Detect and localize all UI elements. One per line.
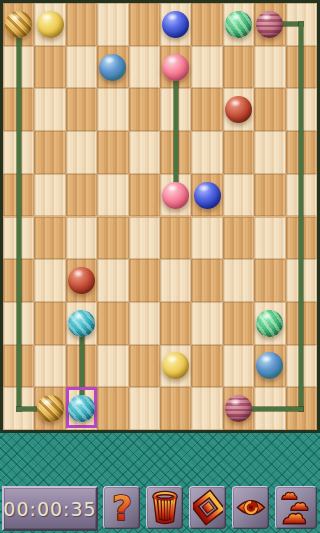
path-segment <box>299 22 303 410</box>
svg-text:?: ? <box>112 489 132 526</box>
board-cell[interactable] <box>97 174 128 217</box>
ball-green-striped[interactable] <box>256 310 283 337</box>
trash-button[interactable] <box>146 486 183 529</box>
board-cell[interactable] <box>66 131 97 174</box>
board-cell[interactable] <box>129 88 160 131</box>
board-cell[interactable] <box>223 46 254 89</box>
ball-pink-striped[interactable] <box>225 395 252 422</box>
board-cell[interactable] <box>191 259 222 302</box>
app-window: { "game": "marble pairs matching puzzle … <box>0 0 320 533</box>
board-cell[interactable] <box>129 131 160 174</box>
board-cell[interactable] <box>34 217 65 260</box>
trash-icon <box>150 489 180 526</box>
help-button[interactable]: ? <box>103 486 140 529</box>
board-cell[interactable] <box>34 46 65 89</box>
board-cell[interactable] <box>34 174 65 217</box>
board-cell[interactable] <box>34 345 65 388</box>
board-cell[interactable] <box>160 217 191 260</box>
eye-button[interactable] <box>232 486 269 529</box>
board-cell[interactable] <box>129 345 160 388</box>
eye-icon <box>236 489 266 526</box>
diamond-icon <box>193 489 223 526</box>
board-cell[interactable] <box>223 217 254 260</box>
board-cell[interactable] <box>66 217 97 260</box>
board-cell[interactable] <box>34 259 65 302</box>
ball-pink[interactable] <box>162 54 189 81</box>
clouds-button[interactable] <box>275 486 317 529</box>
board-cell[interactable] <box>66 88 97 131</box>
board-cell[interactable] <box>160 387 191 430</box>
ball-yellow[interactable] <box>37 11 64 38</box>
ball-blue[interactable] <box>162 11 189 38</box>
ball-teal-striped[interactable] <box>68 310 95 337</box>
board-cell[interactable] <box>97 302 128 345</box>
board-cell[interactable] <box>223 174 254 217</box>
board-cell[interactable] <box>97 259 128 302</box>
board-cell[interactable] <box>191 217 222 260</box>
board-cell[interactable] <box>66 3 97 46</box>
board-cell[interactable] <box>254 259 285 302</box>
ball-teal-striped[interactable] <box>68 395 95 422</box>
board-cell[interactable] <box>191 387 222 430</box>
board-cell[interactable] <box>129 3 160 46</box>
board-cell[interactable] <box>97 131 128 174</box>
board-cell[interactable] <box>97 3 128 46</box>
board-cell[interactable] <box>223 345 254 388</box>
board-cell[interactable] <box>34 131 65 174</box>
board-cell[interactable] <box>191 88 222 131</box>
ball-red[interactable] <box>68 267 95 294</box>
board-cell[interactable] <box>129 217 160 260</box>
board-cell[interactable] <box>191 3 222 46</box>
board-cell[interactable] <box>34 302 65 345</box>
diamond-button[interactable] <box>189 486 226 529</box>
board-cell[interactable] <box>191 302 222 345</box>
board-cell[interactable] <box>160 302 191 345</box>
board-cell[interactable] <box>97 217 128 260</box>
board-cell[interactable] <box>129 46 160 89</box>
board-cell[interactable] <box>97 387 128 430</box>
game-board[interactable] <box>0 0 320 433</box>
ball-gold-striped[interactable] <box>5 11 32 38</box>
board-cell[interactable] <box>223 131 254 174</box>
board-cell[interactable] <box>254 131 285 174</box>
timer-display: 00:00:35 <box>2 486 98 531</box>
path-segment <box>17 22 21 410</box>
ball-blue[interactable] <box>194 182 221 209</box>
board-cell[interactable] <box>97 88 128 131</box>
toolbar: 00:00:35 ? <box>0 486 320 531</box>
board-cell[interactable] <box>160 259 191 302</box>
board-cell[interactable] <box>191 345 222 388</box>
board-cell[interactable] <box>66 46 97 89</box>
board-cell[interactable] <box>34 88 65 131</box>
board-cell[interactable] <box>254 217 285 260</box>
board-cell[interactable] <box>129 302 160 345</box>
board-cell[interactable] <box>129 174 160 217</box>
question-mark-icon: ? <box>107 489 137 526</box>
board-cell[interactable] <box>254 174 285 217</box>
board-cell[interactable] <box>191 46 222 89</box>
board-cell[interactable] <box>254 46 285 89</box>
clouds-icon <box>279 489 313 526</box>
board-cell[interactable] <box>223 259 254 302</box>
board-cell[interactable] <box>254 88 285 131</box>
ball-azure[interactable] <box>99 54 126 81</box>
board-cell[interactable] <box>223 302 254 345</box>
ball-gold-striped[interactable] <box>37 395 64 422</box>
board-cell[interactable] <box>191 131 222 174</box>
board-cell[interactable] <box>66 174 97 217</box>
board-cell[interactable] <box>129 387 160 430</box>
ball-green-striped[interactable] <box>225 11 252 38</box>
board-cell[interactable] <box>97 345 128 388</box>
ball-pink[interactable] <box>162 182 189 209</box>
board-cell[interactable] <box>129 259 160 302</box>
path-segment <box>174 65 178 197</box>
